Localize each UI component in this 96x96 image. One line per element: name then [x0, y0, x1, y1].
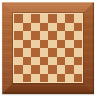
square-d7[interactable]	[40, 23, 49, 32]
photo-background	[0, 0, 96, 96]
square-c3[interactable]	[31, 57, 40, 66]
square-b8[interactable]	[23, 14, 32, 23]
square-b7[interactable]	[23, 23, 32, 32]
square-a8[interactable]	[14, 14, 23, 23]
square-c6[interactable]	[31, 31, 40, 40]
square-h1[interactable]	[74, 74, 83, 83]
square-e4[interactable]	[48, 48, 57, 57]
square-f1[interactable]	[57, 74, 66, 83]
square-e3[interactable]	[48, 57, 57, 66]
square-d5[interactable]	[40, 40, 49, 49]
square-d3[interactable]	[40, 57, 49, 66]
square-e6[interactable]	[48, 31, 57, 40]
square-c8[interactable]	[31, 14, 40, 23]
square-g7[interactable]	[65, 23, 74, 32]
square-h7[interactable]	[74, 23, 83, 32]
square-h4[interactable]	[74, 48, 83, 57]
chessboard-frame	[2, 2, 94, 94]
square-a7[interactable]	[14, 23, 23, 32]
square-d1[interactable]	[40, 74, 49, 83]
square-e2[interactable]	[48, 65, 57, 74]
square-b3[interactable]	[23, 57, 32, 66]
square-b1[interactable]	[23, 74, 32, 83]
square-b2[interactable]	[23, 65, 32, 74]
square-g4[interactable]	[65, 48, 74, 57]
square-h3[interactable]	[74, 57, 83, 66]
square-a2[interactable]	[14, 65, 23, 74]
square-a5[interactable]	[14, 40, 23, 49]
board-grid	[14, 14, 82, 82]
square-g2[interactable]	[65, 65, 74, 74]
square-d2[interactable]	[40, 65, 49, 74]
square-b5[interactable]	[23, 40, 32, 49]
square-e1[interactable]	[48, 74, 57, 83]
square-g5[interactable]	[65, 40, 74, 49]
square-h6[interactable]	[74, 31, 83, 40]
square-d4[interactable]	[40, 48, 49, 57]
square-f8[interactable]	[57, 14, 66, 23]
square-b4[interactable]	[23, 48, 32, 57]
square-a4[interactable]	[14, 48, 23, 57]
square-h2[interactable]	[74, 65, 83, 74]
square-c7[interactable]	[31, 23, 40, 32]
square-e5[interactable]	[48, 40, 57, 49]
square-a6[interactable]	[14, 31, 23, 40]
square-f6[interactable]	[57, 31, 66, 40]
square-f4[interactable]	[57, 48, 66, 57]
square-f5[interactable]	[57, 40, 66, 49]
square-d8[interactable]	[40, 14, 49, 23]
square-c1[interactable]	[31, 74, 40, 83]
square-c2[interactable]	[31, 65, 40, 74]
square-f2[interactable]	[57, 65, 66, 74]
square-f7[interactable]	[57, 23, 66, 32]
square-g8[interactable]	[65, 14, 74, 23]
square-c5[interactable]	[31, 40, 40, 49]
square-g6[interactable]	[65, 31, 74, 40]
square-a3[interactable]	[14, 57, 23, 66]
square-h5[interactable]	[74, 40, 83, 49]
square-e8[interactable]	[48, 14, 57, 23]
square-d6[interactable]	[40, 31, 49, 40]
square-a1[interactable]	[14, 74, 23, 83]
square-f3[interactable]	[57, 57, 66, 66]
square-e7[interactable]	[48, 23, 57, 32]
square-c4[interactable]	[31, 48, 40, 57]
square-b6[interactable]	[23, 31, 32, 40]
board-inlay-border	[13, 13, 83, 83]
square-g1[interactable]	[65, 74, 74, 83]
square-g3[interactable]	[65, 57, 74, 66]
square-h8[interactable]	[74, 14, 83, 23]
